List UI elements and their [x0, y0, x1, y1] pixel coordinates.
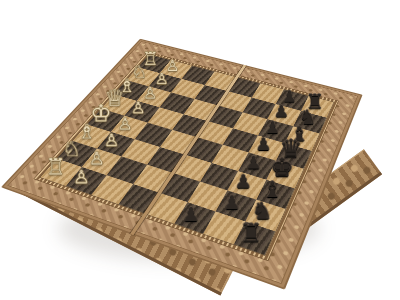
white-pawn[interactable]: ♙ — [96, 133, 125, 150]
white-pawn[interactable]: ♙ — [81, 150, 111, 168]
black-pawn[interactable]: ♟ — [216, 194, 249, 213]
chess-set-photo: ♖♙♟♜♘♙♟♞♗♙♟♝♕♙♟♛♔♙♟♚♗♙♟♝♘♙♟♞♖♙♟♜ — [0, 0, 400, 300]
black-rook[interactable]: ♜ — [234, 221, 268, 246]
white-pawn[interactable]: ♙ — [65, 169, 96, 187]
black-pawn[interactable]: ♟ — [174, 205, 207, 224]
black-pawn[interactable]: ♟ — [228, 173, 260, 191]
chess-box: ♖♙♟♜♘♙♟♞♗♙♟♝♕♙♟♛♔♙♟♚♗♙♟♝♘♙♟♞♖♙♟♜ — [1, 39, 363, 290]
board-scene: ♖♙♟♜♘♙♟♞♗♙♟♝♕♙♟♛♔♙♟♚♗♙♟♝♘♙♟♞♖♙♟♜ — [37, 17, 357, 257]
black-pawn[interactable]: ♟ — [249, 136, 279, 153]
black-pawn[interactable]: ♟ — [238, 154, 269, 172]
